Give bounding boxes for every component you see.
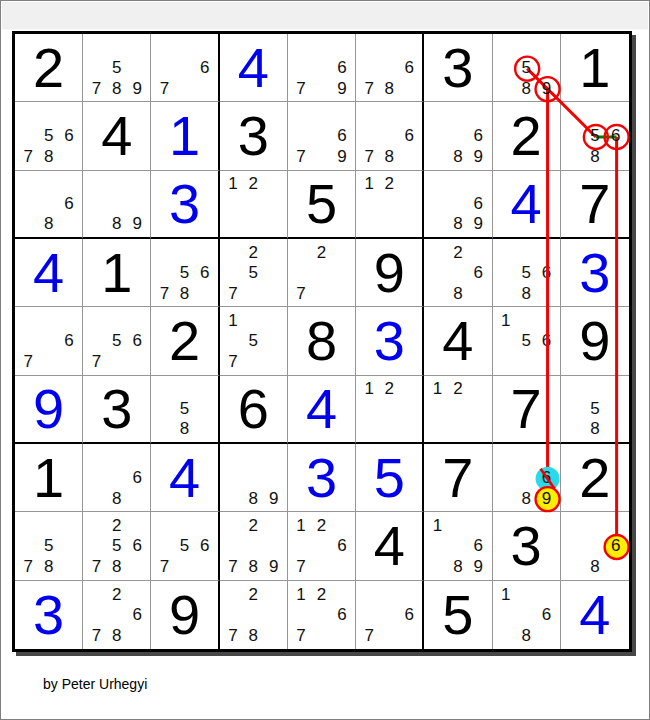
cell-r6c9[interactable]: 58 bbox=[561, 376, 629, 444]
cell-r2c8[interactable]: 2 bbox=[493, 102, 561, 170]
candidate-6: 6 bbox=[605, 536, 626, 556]
candidate-5: 5 bbox=[175, 262, 195, 282]
cell-r2c3[interactable]: 1 bbox=[151, 102, 219, 170]
cell-r8c1[interactable]: 578 bbox=[15, 512, 83, 580]
cell-r2c5[interactable]: 679 bbox=[288, 102, 356, 170]
cell-r2c2[interactable]: 4 bbox=[83, 102, 151, 170]
candidate-8: 8 bbox=[585, 146, 606, 166]
candidate-7: 7 bbox=[18, 146, 38, 166]
candidate-grid: 58 bbox=[154, 379, 214, 439]
cell-r8c2[interactable]: 25678 bbox=[83, 512, 151, 580]
cell-r4c7[interactable]: 268 bbox=[424, 239, 492, 307]
cell-value-given: 3 bbox=[220, 102, 287, 169]
candidate-grid: 12 bbox=[427, 379, 488, 439]
cell-r2c9[interactable]: 568 bbox=[561, 102, 629, 170]
cell-r3c8[interactable]: 4 bbox=[493, 171, 561, 239]
candidate-grid: 679 bbox=[291, 105, 352, 166]
candidate-grid: 67 bbox=[154, 37, 214, 98]
candidate-7: 7 bbox=[291, 146, 311, 166]
candidate-5: 5 bbox=[175, 399, 195, 419]
candidate-1: 1 bbox=[496, 310, 516, 330]
candidate-grid: 568 bbox=[496, 242, 557, 303]
candidate-2: 2 bbox=[243, 584, 263, 605]
candidate-7: 7 bbox=[18, 556, 38, 576]
cell-r9c9[interactable]: 4 bbox=[561, 581, 629, 649]
cell-r7c2[interactable]: 68 bbox=[83, 444, 151, 512]
cell-value-given: 6 bbox=[220, 376, 287, 442]
candidate-5: 5 bbox=[243, 331, 263, 351]
cell-r5c4[interactable]: 157 bbox=[220, 307, 288, 375]
cell-r3c1[interactable]: 68 bbox=[15, 171, 83, 239]
cell-r6c2[interactable]: 3 bbox=[83, 376, 151, 444]
header-strip bbox=[2, 2, 648, 30]
candidate-2: 2 bbox=[311, 584, 331, 605]
cell-r3c7[interactable]: 689 bbox=[424, 171, 492, 239]
cell-r6c8[interactable]: 7 bbox=[493, 376, 561, 444]
candidate-8: 8 bbox=[379, 78, 399, 98]
cell-value-given: 7 bbox=[493, 376, 560, 442]
cell-r4c4[interactable]: 257 bbox=[220, 239, 288, 307]
candidate-grid: 567 bbox=[86, 310, 147, 371]
candidate-7: 7 bbox=[154, 78, 174, 98]
candidate-6: 6 bbox=[536, 467, 556, 487]
cell-value-solved: 3 bbox=[356, 307, 422, 374]
candidate-grid: 27 bbox=[291, 242, 352, 303]
cell-r9c8[interactable]: 168 bbox=[493, 581, 561, 649]
candidate-5: 5 bbox=[516, 57, 536, 77]
candidate-grid: 1267 bbox=[291, 515, 352, 576]
candidate-7: 7 bbox=[154, 283, 174, 303]
cell-r8c7[interactable]: 1689 bbox=[424, 512, 492, 580]
candidate-8: 8 bbox=[38, 214, 58, 234]
cell-r1c9[interactable]: 1 bbox=[561, 34, 629, 102]
candidate-5: 5 bbox=[585, 399, 606, 419]
candidate-2: 2 bbox=[448, 242, 468, 262]
candidate-grid: 678 bbox=[359, 37, 419, 98]
candidate-5: 5 bbox=[175, 536, 195, 556]
candidate-6: 6 bbox=[59, 331, 79, 351]
cell-value-solved: 3 bbox=[151, 171, 217, 237]
candidate-1: 1 bbox=[291, 515, 311, 535]
candidate-6: 6 bbox=[605, 126, 626, 146]
candidate-6: 6 bbox=[127, 536, 147, 556]
candidate-6: 6 bbox=[536, 604, 556, 625]
cell-r1c1[interactable]: 2 bbox=[15, 34, 83, 102]
cell-value-given: 1 bbox=[561, 34, 629, 101]
cell-value-given: 3 bbox=[424, 34, 491, 101]
candidate-8: 8 bbox=[107, 78, 127, 98]
candidate-9: 9 bbox=[536, 78, 556, 98]
cell-r1c8[interactable]: 589 bbox=[493, 34, 561, 102]
candidate-grid: 157 bbox=[223, 310, 284, 371]
cell-value-solved: 4 bbox=[220, 34, 287, 101]
cell-value-solved: 4 bbox=[15, 239, 82, 306]
cell-value-given: 4 bbox=[356, 512, 422, 579]
cell-r8c4[interactable]: 2789 bbox=[220, 512, 288, 580]
cell-value-given: 2 bbox=[151, 307, 217, 374]
candidate-7: 7 bbox=[291, 625, 311, 646]
cell-r9c1[interactable]: 3 bbox=[15, 581, 83, 649]
candidate-7: 7 bbox=[359, 78, 379, 98]
candidate-8: 8 bbox=[243, 488, 263, 508]
candidate-8: 8 bbox=[107, 214, 127, 234]
candidate-6: 6 bbox=[332, 57, 352, 77]
cell-r5c8[interactable]: 156 bbox=[493, 307, 561, 375]
candidate-7: 7 bbox=[18, 351, 38, 371]
candidate-9: 9 bbox=[127, 78, 147, 98]
candidate-grid: 156 bbox=[496, 310, 557, 371]
candidate-5: 5 bbox=[107, 331, 127, 351]
candidate-7: 7 bbox=[291, 283, 311, 303]
candidate-5: 5 bbox=[107, 57, 127, 77]
candidate-grid: 2678 bbox=[86, 584, 147, 646]
candidate-9: 9 bbox=[263, 556, 283, 576]
candidate-8: 8 bbox=[448, 556, 468, 576]
cell-r8c3[interactable]: 567 bbox=[151, 512, 219, 580]
candidate-6: 6 bbox=[468, 262, 488, 282]
cell-value-given: 2 bbox=[493, 102, 560, 169]
candidate-6: 6 bbox=[332, 536, 352, 556]
cell-r3c2[interactable]: 89 bbox=[83, 171, 151, 239]
candidate-5: 5 bbox=[516, 262, 536, 282]
cell-r5c2[interactable]: 567 bbox=[83, 307, 151, 375]
cell-value-given: 4 bbox=[424, 307, 491, 374]
candidate-5: 5 bbox=[38, 536, 58, 556]
cell-r6c1[interactable]: 9 bbox=[15, 376, 83, 444]
cell-value-solved: 1 bbox=[151, 102, 217, 169]
sudoku-app-window: 2578967467967835891567841367967868925686… bbox=[0, 0, 650, 720]
candidate-7: 7 bbox=[359, 146, 379, 166]
candidate-grid: 58 bbox=[564, 379, 626, 439]
candidate-7: 7 bbox=[86, 556, 106, 576]
cell-r5c5[interactable]: 8 bbox=[288, 307, 356, 375]
candidate-grid: 568 bbox=[564, 105, 626, 166]
cell-r6c7[interactable]: 12 bbox=[424, 376, 492, 444]
cell-r9c2[interactable]: 2678 bbox=[83, 581, 151, 649]
candidate-7: 7 bbox=[86, 78, 106, 98]
candidate-6: 6 bbox=[59, 194, 79, 214]
cell-r3c4[interactable]: 12 bbox=[220, 171, 288, 239]
candidate-7: 7 bbox=[86, 625, 106, 646]
candidate-5: 5 bbox=[243, 262, 263, 282]
candidate-grid: 689 bbox=[427, 105, 488, 166]
cell-r5c9[interactable]: 9 bbox=[561, 307, 629, 375]
cell-r6c6[interactable]: 12 bbox=[356, 376, 424, 444]
candidate-2: 2 bbox=[311, 242, 331, 262]
candidate-grid: 12 bbox=[359, 379, 419, 439]
candidate-2: 2 bbox=[379, 174, 399, 194]
candidate-grid: 168 bbox=[496, 584, 557, 646]
cell-r9c4[interactable]: 278 bbox=[220, 581, 288, 649]
candidate-2: 2 bbox=[107, 515, 127, 535]
candidate-9: 9 bbox=[127, 214, 147, 234]
cell-r4c9[interactable]: 3 bbox=[561, 239, 629, 307]
candidate-2: 2 bbox=[243, 242, 263, 262]
candidate-grid: 67 bbox=[359, 584, 419, 646]
cell-r4c2[interactable]: 1 bbox=[83, 239, 151, 307]
cell-r1c3[interactable]: 67 bbox=[151, 34, 219, 102]
candidate-8: 8 bbox=[516, 625, 536, 646]
cell-r2c6[interactable]: 678 bbox=[356, 102, 424, 170]
cell-value-given: 5 bbox=[288, 171, 355, 237]
cell-r4c1[interactable]: 4 bbox=[15, 239, 83, 307]
cell-r2c4[interactable]: 3 bbox=[220, 102, 288, 170]
candidate-8: 8 bbox=[379, 146, 399, 166]
cell-value-given: 1 bbox=[83, 239, 150, 306]
cell-r7c8[interactable]: 689 bbox=[493, 444, 561, 512]
candidate-9: 9 bbox=[263, 488, 283, 508]
cell-value-given: 3 bbox=[83, 376, 150, 442]
candidate-5: 5 bbox=[516, 331, 536, 351]
cell-value-solved: 4 bbox=[561, 581, 629, 649]
cell-r8c8[interactable]: 3 bbox=[493, 512, 561, 580]
cell-r3c6[interactable]: 12 bbox=[356, 171, 424, 239]
candidate-8: 8 bbox=[516, 488, 536, 508]
cell-value-given: 7 bbox=[424, 444, 491, 511]
candidate-grid: 268 bbox=[427, 242, 488, 303]
cell-r6c4[interactable]: 6 bbox=[220, 376, 288, 444]
cell-r2c1[interactable]: 5678 bbox=[15, 102, 83, 170]
cell-r9c6[interactable]: 67 bbox=[356, 581, 424, 649]
candidate-2: 2 bbox=[243, 515, 263, 535]
candidate-6: 6 bbox=[127, 604, 147, 625]
candidate-8: 8 bbox=[448, 283, 468, 303]
candidate-6: 6 bbox=[399, 126, 419, 146]
candidate-6: 6 bbox=[536, 331, 556, 351]
candidate-6: 6 bbox=[468, 126, 488, 146]
candidate-6: 6 bbox=[399, 604, 419, 625]
candidate-grid: 278 bbox=[223, 584, 284, 646]
candidate-8: 8 bbox=[585, 419, 606, 439]
candidate-8: 8 bbox=[448, 146, 468, 166]
cell-value-solved: 9 bbox=[15, 376, 82, 442]
cell-value-given: 2 bbox=[15, 34, 82, 101]
candidate-7: 7 bbox=[223, 351, 243, 371]
candidate-8: 8 bbox=[448, 214, 468, 234]
candidate-6: 6 bbox=[195, 536, 215, 556]
candidate-6: 6 bbox=[59, 126, 79, 146]
candidate-grid: 257 bbox=[223, 242, 284, 303]
cell-r5c3[interactable]: 2 bbox=[151, 307, 219, 375]
candidate-8: 8 bbox=[516, 78, 536, 98]
cell-value-solved: 4 bbox=[493, 171, 560, 237]
candidate-8: 8 bbox=[107, 625, 127, 646]
cell-r3c9[interactable]: 7 bbox=[561, 171, 629, 239]
cell-r5c1[interactable]: 67 bbox=[15, 307, 83, 375]
cell-r5c7[interactable]: 4 bbox=[424, 307, 492, 375]
cell-r7c7[interactable]: 7 bbox=[424, 444, 492, 512]
candidate-7: 7 bbox=[223, 556, 243, 576]
candidate-1: 1 bbox=[223, 310, 243, 330]
candidate-2: 2 bbox=[448, 379, 468, 399]
cell-r7c9[interactable]: 2 bbox=[561, 444, 629, 512]
candidate-9: 9 bbox=[536, 488, 556, 508]
candidate-9: 9 bbox=[468, 146, 488, 166]
candidate-1: 1 bbox=[291, 584, 311, 605]
cell-r4c5[interactable]: 27 bbox=[288, 239, 356, 307]
candidate-6: 6 bbox=[468, 194, 488, 214]
cell-value-given: 2 bbox=[561, 444, 629, 511]
cell-value-given: 3 bbox=[493, 512, 560, 579]
cell-value-given: 1 bbox=[15, 444, 82, 511]
candidate-5: 5 bbox=[38, 126, 58, 146]
cell-r7c4[interactable]: 89 bbox=[220, 444, 288, 512]
cell-r7c1[interactable]: 1 bbox=[15, 444, 83, 512]
candidate-grid: 67 bbox=[18, 310, 79, 371]
candidate-7: 7 bbox=[223, 283, 243, 303]
cell-r9c3[interactable]: 9 bbox=[151, 581, 219, 649]
cell-r6c3[interactable]: 58 bbox=[151, 376, 219, 444]
candidate-6: 6 bbox=[332, 604, 352, 625]
candidate-grid: 589 bbox=[496, 37, 557, 98]
candidate-9: 9 bbox=[468, 214, 488, 234]
candidate-2: 2 bbox=[311, 515, 331, 535]
candidate-grid: 567 bbox=[154, 515, 214, 576]
cell-r1c5[interactable]: 679 bbox=[288, 34, 356, 102]
candidate-8: 8 bbox=[516, 283, 536, 303]
candidate-grid: 2789 bbox=[223, 515, 284, 576]
candidate-6: 6 bbox=[127, 331, 147, 351]
candidate-1: 1 bbox=[427, 515, 447, 535]
cell-r1c7[interactable]: 3 bbox=[424, 34, 492, 102]
candidate-grid: 12 bbox=[359, 174, 419, 234]
candidate-grid: 12 bbox=[223, 174, 284, 234]
candidate-2: 2 bbox=[243, 174, 263, 194]
candidate-1: 1 bbox=[359, 379, 379, 399]
candidate-8: 8 bbox=[107, 488, 127, 508]
cell-r8c9[interactable]: 68 bbox=[561, 512, 629, 580]
cell-r1c2[interactable]: 5789 bbox=[83, 34, 151, 102]
cell-r4c8[interactable]: 568 bbox=[493, 239, 561, 307]
cell-value-given: 8 bbox=[288, 307, 355, 374]
candidate-2: 2 bbox=[107, 584, 127, 605]
cell-value-given: 9 bbox=[151, 581, 217, 649]
cell-value-given: 9 bbox=[561, 307, 629, 374]
candidate-7: 7 bbox=[154, 556, 174, 576]
cell-r8c5[interactable]: 1267 bbox=[288, 512, 356, 580]
cell-value-given: 4 bbox=[83, 102, 150, 169]
candidate-grid: 68 bbox=[86, 447, 147, 508]
candidate-1: 1 bbox=[359, 174, 379, 194]
candidate-1: 1 bbox=[223, 174, 243, 194]
candidate-grid: 689 bbox=[496, 447, 557, 508]
cell-r5c6[interactable]: 3 bbox=[356, 307, 424, 375]
candidate-grid: 1689 bbox=[427, 515, 488, 576]
candidate-8: 8 bbox=[107, 556, 127, 576]
candidate-7: 7 bbox=[291, 78, 311, 98]
candidate-8: 8 bbox=[175, 419, 195, 439]
candidate-grid: 678 bbox=[359, 105, 419, 166]
candidate-grid: 5678 bbox=[154, 242, 214, 303]
cell-r3c5[interactable]: 5 bbox=[288, 171, 356, 239]
cell-r9c5[interactable]: 1267 bbox=[288, 581, 356, 649]
candidate-6: 6 bbox=[195, 57, 215, 77]
candidate-9: 9 bbox=[332, 146, 352, 166]
candidate-grid: 1267 bbox=[291, 584, 352, 646]
cell-r1c4[interactable]: 4 bbox=[220, 34, 288, 102]
candidate-grid: 578 bbox=[18, 515, 79, 576]
candidate-8: 8 bbox=[175, 283, 195, 303]
candidate-9: 9 bbox=[332, 78, 352, 98]
candidate-8: 8 bbox=[585, 556, 606, 576]
candidate-6: 6 bbox=[127, 467, 147, 487]
candidate-7: 7 bbox=[86, 351, 106, 371]
cell-r7c5[interactable]: 3 bbox=[288, 444, 356, 512]
cell-r6c5[interactable]: 4 bbox=[288, 376, 356, 444]
candidate-grid: 5678 bbox=[18, 105, 79, 166]
candidate-9: 9 bbox=[468, 556, 488, 576]
candidate-grid: 89 bbox=[86, 174, 147, 234]
sudoku-board: 2578967467967835891567841367967868925686… bbox=[12, 31, 632, 652]
cell-value-solved: 4 bbox=[288, 376, 355, 442]
candidate-8: 8 bbox=[38, 146, 58, 166]
cell-r1c6[interactable]: 678 bbox=[356, 34, 424, 102]
cell-value-solved: 3 bbox=[561, 239, 629, 306]
candidate-grid: 25678 bbox=[86, 515, 147, 576]
cell-r4c3[interactable]: 5678 bbox=[151, 239, 219, 307]
candidate-grid: 5789 bbox=[86, 37, 147, 98]
candidate-grid: 679 bbox=[291, 37, 352, 98]
candidate-6: 6 bbox=[536, 262, 556, 282]
candidate-8: 8 bbox=[243, 625, 263, 646]
candidate-grid: 689 bbox=[427, 174, 488, 234]
candidate-6: 6 bbox=[195, 262, 215, 282]
credit-text: by Peter Urhegyi bbox=[43, 676, 147, 692]
cell-r7c3[interactable]: 4 bbox=[151, 444, 219, 512]
candidate-8: 8 bbox=[38, 556, 58, 576]
candidate-6: 6 bbox=[468, 536, 488, 556]
cell-r9c7[interactable]: 5 bbox=[424, 581, 492, 649]
candidate-7: 7 bbox=[291, 556, 311, 576]
candidate-8: 8 bbox=[243, 556, 263, 576]
candidate-6: 6 bbox=[332, 126, 352, 146]
cell-value-given: 5 bbox=[424, 581, 491, 649]
candidate-5: 5 bbox=[585, 126, 606, 146]
candidate-5: 5 bbox=[107, 536, 127, 556]
candidate-1: 1 bbox=[496, 584, 516, 605]
candidate-grid: 89 bbox=[223, 447, 284, 508]
cell-value-solved: 4 bbox=[151, 444, 217, 511]
cell-r3c3[interactable]: 3 bbox=[151, 171, 219, 239]
cell-r8c6[interactable]: 4 bbox=[356, 512, 424, 580]
cell-value-solved: 3 bbox=[288, 444, 355, 511]
candidate-1: 1 bbox=[427, 379, 447, 399]
candidate-grid: 68 bbox=[564, 515, 626, 576]
cell-value-solved: 3 bbox=[15, 581, 82, 649]
candidate-7: 7 bbox=[359, 625, 379, 646]
cell-r7c6[interactable]: 5 bbox=[356, 444, 424, 512]
cell-value-given: 7 bbox=[561, 171, 629, 237]
cell-value-solved: 5 bbox=[356, 444, 422, 511]
cell-r4c6[interactable]: 9 bbox=[356, 239, 424, 307]
candidate-2: 2 bbox=[379, 379, 399, 399]
candidate-6: 6 bbox=[399, 57, 419, 77]
cell-value-given: 9 bbox=[356, 239, 422, 306]
candidate-grid: 68 bbox=[18, 174, 79, 234]
candidate-7: 7 bbox=[223, 625, 243, 646]
cell-r2c7[interactable]: 689 bbox=[424, 102, 492, 170]
